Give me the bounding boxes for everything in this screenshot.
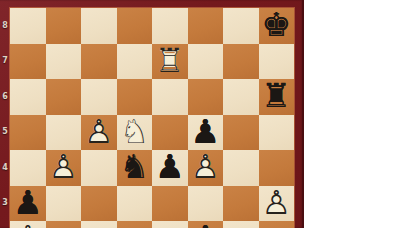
square-a8[interactable] — [10, 8, 46, 44]
square-b4[interactable]: ♟♙ — [46, 150, 82, 186]
square-g2[interactable] — [223, 221, 259, 228]
frame-edge — [302, 0, 304, 228]
square-h4[interactable] — [259, 150, 295, 186]
rank-label-6: 6 — [0, 92, 10, 101]
square-h2[interactable] — [259, 221, 295, 228]
square-e4[interactable]: ♟♙ — [152, 150, 188, 186]
white-pawn[interactable]: ♟♙ — [10, 221, 46, 228]
square-e7[interactable]: ♜♖ — [152, 44, 188, 80]
square-f8[interactable] — [188, 8, 224, 44]
rank-label-4: 4 — [0, 163, 10, 172]
square-c2[interactable] — [81, 221, 117, 228]
square-h5[interactable] — [259, 115, 295, 151]
square-b6[interactable] — [46, 79, 82, 115]
black-pawn[interactable]: ♟♙ — [188, 115, 224, 151]
square-a3[interactable]: ♟♙ — [10, 186, 46, 222]
square-g4[interactable] — [223, 150, 259, 186]
white-pawn[interactable]: ♟♙ — [259, 186, 295, 222]
square-c4[interactable] — [81, 150, 117, 186]
square-f2[interactable]: ♟♙ — [188, 221, 224, 228]
square-f4[interactable]: ♟♙ — [188, 150, 224, 186]
square-b2[interactable] — [46, 221, 82, 228]
square-d5[interactable]: ♞♘ — [117, 115, 153, 151]
square-e3[interactable] — [152, 186, 188, 222]
square-c8[interactable] — [81, 8, 117, 44]
black-rook[interactable]: ♜♖ — [259, 79, 295, 115]
screenshot-stage: ♚♔♜♖♜♖♟♙♞♘♟♙♟♙♞♘♟♙♟♙♟♙♟♙♟♙♟♙ 876543 — [0, 0, 400, 228]
square-h7[interactable] — [259, 44, 295, 80]
square-f7[interactable] — [188, 44, 224, 80]
square-a4[interactable] — [10, 150, 46, 186]
square-g5[interactable] — [223, 115, 259, 151]
square-g7[interactable] — [223, 44, 259, 80]
rank-label-7: 7 — [0, 56, 10, 65]
square-d3[interactable] — [117, 186, 153, 222]
square-g8[interactable] — [223, 8, 259, 44]
board-frame: ♚♔♜♖♜♖♟♙♞♘♟♙♟♙♞♘♟♙♟♙♟♙♟♙♟♙♟♙ 876543 — [0, 0, 304, 228]
square-h3[interactable]: ♟♙ — [259, 186, 295, 222]
square-e6[interactable] — [152, 79, 188, 115]
square-e2[interactable] — [152, 221, 188, 228]
square-h6[interactable]: ♜♖ — [259, 79, 295, 115]
black-pawn[interactable]: ♟♙ — [188, 221, 224, 228]
square-h8[interactable]: ♚♔ — [259, 8, 295, 44]
square-c5[interactable]: ♟♙ — [81, 115, 117, 151]
square-f5[interactable]: ♟♙ — [188, 115, 224, 151]
square-e5[interactable] — [152, 115, 188, 151]
square-a6[interactable] — [10, 79, 46, 115]
square-d7[interactable] — [117, 44, 153, 80]
black-pawn[interactable]: ♟♙ — [152, 150, 188, 186]
white-pawn[interactable]: ♟♙ — [188, 150, 224, 186]
white-pawn[interactable]: ♟♙ — [46, 150, 82, 186]
white-knight[interactable]: ♞♘ — [117, 115, 153, 151]
square-a7[interactable] — [10, 44, 46, 80]
square-f3[interactable] — [188, 186, 224, 222]
square-d8[interactable] — [117, 8, 153, 44]
square-d6[interactable] — [117, 79, 153, 115]
square-c6[interactable] — [81, 79, 117, 115]
rank-label-8: 8 — [0, 21, 10, 30]
white-pawn[interactable]: ♟♙ — [81, 115, 117, 151]
rank-label-5: 5 — [0, 127, 10, 136]
chess-board: ♚♔♜♖♜♖♟♙♞♘♟♙♟♙♞♘♟♙♟♙♟♙♟♙♟♙♟♙ — [10, 8, 294, 228]
black-knight[interactable]: ♞♘ — [117, 150, 153, 186]
square-g6[interactable] — [223, 79, 259, 115]
board-grid: ♚♔♜♖♜♖♟♙♞♘♟♙♟♙♞♘♟♙♟♙♟♙♟♙♟♙♟♙ — [10, 8, 294, 228]
square-e8[interactable] — [152, 8, 188, 44]
square-d4[interactable]: ♞♘ — [117, 150, 153, 186]
square-a2[interactable]: ♟♙ — [10, 221, 46, 228]
black-pawn[interactable]: ♟♙ — [10, 186, 46, 222]
square-c3[interactable] — [81, 186, 117, 222]
square-c7[interactable] — [81, 44, 117, 80]
square-d2[interactable] — [117, 221, 153, 228]
square-b7[interactable] — [46, 44, 82, 80]
square-b5[interactable] — [46, 115, 82, 151]
square-b3[interactable] — [46, 186, 82, 222]
square-a5[interactable] — [10, 115, 46, 151]
white-rook[interactable]: ♜♖ — [152, 44, 188, 80]
square-f6[interactable] — [188, 79, 224, 115]
black-king[interactable]: ♚♔ — [259, 8, 295, 44]
square-g3[interactable] — [223, 186, 259, 222]
rank-label-3: 3 — [0, 198, 10, 207]
square-b8[interactable] — [46, 8, 82, 44]
